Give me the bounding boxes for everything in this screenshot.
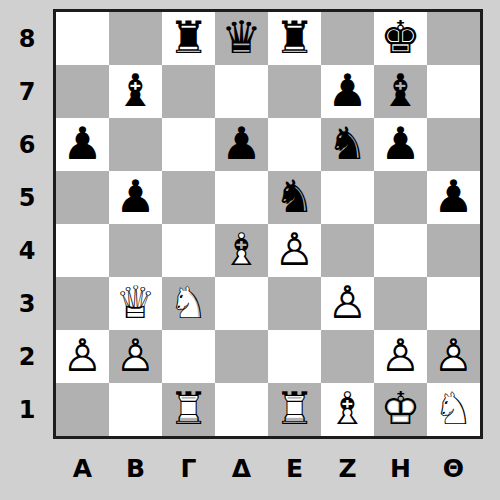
rank-label-7: 7 (8, 65, 46, 118)
square-Η7[interactable]: ♝ (374, 65, 427, 118)
square-Γ2[interactable] (162, 330, 215, 383)
square-Ε1[interactable]: ♜♖ (268, 383, 321, 436)
white-knight-fill: ♞ (427, 383, 480, 436)
square-Α2[interactable]: ♟♙ (56, 330, 109, 383)
square-Γ8[interactable]: ♜ (162, 12, 215, 65)
file-label-Β: Β (109, 449, 162, 487)
black-king: ♚ (374, 12, 427, 65)
square-Β1[interactable] (109, 383, 162, 436)
square-Ε6[interactable] (268, 118, 321, 171)
white-pawn: ♙ (109, 330, 162, 383)
square-Ε7[interactable] (268, 65, 321, 118)
square-Α7[interactable] (56, 65, 109, 118)
black-pawn: ♟ (374, 118, 427, 171)
white-knight-fill: ♞ (162, 277, 215, 330)
white-pawn-fill: ♟ (321, 277, 374, 330)
square-Ε4[interactable]: ♟♙ (268, 224, 321, 277)
file-label-Θ: Θ (427, 449, 480, 487)
black-rook: ♜ (268, 12, 321, 65)
file-labels: ΑΒΓΔΕΖΗΘ (56, 449, 480, 487)
black-rook: ♜ (162, 12, 215, 65)
white-pawn: ♙ (268, 224, 321, 277)
white-pawn-fill: ♟ (374, 330, 427, 383)
file-label-Γ: Γ (162, 449, 215, 487)
white-pawn: ♙ (321, 277, 374, 330)
board-frame: ♜♛♜♚♝♟♝♟♟♞♟♟♞♟♝♗♟♙♛♕♞♘♟♙♟♙♟♙♟♙♟♙♜♖♜♖♝♗♚♔… (53, 9, 483, 439)
white-rook: ♖ (268, 383, 321, 436)
square-Δ7[interactable] (215, 65, 268, 118)
square-Ε5[interactable]: ♞ (268, 171, 321, 224)
black-pawn: ♟ (56, 118, 109, 171)
square-Ζ8[interactable] (321, 12, 374, 65)
white-rook-fill: ♜ (268, 383, 321, 436)
white-king: ♔ (374, 383, 427, 436)
file-label-Α: Α (56, 449, 109, 487)
square-Γ6[interactable] (162, 118, 215, 171)
square-Α8[interactable] (56, 12, 109, 65)
black-bishop: ♝ (109, 65, 162, 118)
square-Β6[interactable] (109, 118, 162, 171)
square-Ζ2[interactable] (321, 330, 374, 383)
white-rook: ♖ (162, 383, 215, 436)
rank-label-6: 6 (8, 118, 46, 171)
white-pawn-fill: ♟ (109, 330, 162, 383)
white-pawn-fill: ♟ (56, 330, 109, 383)
file-label-Ε: Ε (268, 449, 321, 487)
square-Ζ3[interactable]: ♟♙ (321, 277, 374, 330)
chess-board: ♜♛♜♚♝♟♝♟♟♞♟♟♞♟♝♗♟♙♛♕♞♘♟♙♟♙♟♙♟♙♟♙♜♖♜♖♝♗♚♔… (56, 12, 480, 436)
black-knight: ♞ (321, 118, 374, 171)
square-Θ4[interactable] (427, 224, 480, 277)
rank-label-5: 5 (8, 171, 46, 224)
black-pawn: ♟ (109, 171, 162, 224)
square-Β8[interactable] (109, 12, 162, 65)
square-Ε3[interactable] (268, 277, 321, 330)
black-pawn: ♟ (427, 171, 480, 224)
square-Δ3[interactable] (215, 277, 268, 330)
square-Δ4[interactable]: ♝♗ (215, 224, 268, 277)
rank-label-3: 3 (8, 277, 46, 330)
square-Η1[interactable]: ♚♔ (374, 383, 427, 436)
white-pawn-fill: ♟ (268, 224, 321, 277)
square-Ζ6[interactable]: ♞ (321, 118, 374, 171)
white-knight: ♘ (162, 277, 215, 330)
square-Ε2[interactable] (268, 330, 321, 383)
white-queen-fill: ♛ (109, 277, 162, 330)
square-Β4[interactable] (109, 224, 162, 277)
square-Η4[interactable] (374, 224, 427, 277)
square-Θ2[interactable]: ♟♙ (427, 330, 480, 383)
white-bishop-fill: ♝ (321, 383, 374, 436)
square-Γ4[interactable] (162, 224, 215, 277)
white-pawn: ♙ (374, 330, 427, 383)
file-label-Ζ: Ζ (321, 449, 374, 487)
white-bishop: ♗ (215, 224, 268, 277)
white-queen: ♕ (109, 277, 162, 330)
rank-labels: 87654321 (8, 12, 46, 436)
square-Ζ5[interactable] (321, 171, 374, 224)
square-Γ5[interactable] (162, 171, 215, 224)
square-Η5[interactable] (374, 171, 427, 224)
rank-label-2: 2 (8, 330, 46, 383)
square-Γ7[interactable] (162, 65, 215, 118)
square-Γ3[interactable]: ♞♘ (162, 277, 215, 330)
white-king-fill: ♚ (374, 383, 427, 436)
black-pawn: ♟ (215, 118, 268, 171)
file-label-Η: Η (374, 449, 427, 487)
black-bishop: ♝ (374, 65, 427, 118)
square-Η2[interactable]: ♟♙ (374, 330, 427, 383)
white-bishop-fill: ♝ (215, 224, 268, 277)
square-Α1[interactable] (56, 383, 109, 436)
square-Δ8[interactable]: ♛ (215, 12, 268, 65)
square-Θ6[interactable] (427, 118, 480, 171)
square-Γ1[interactable]: ♜♖ (162, 383, 215, 436)
square-Θ3[interactable] (427, 277, 480, 330)
file-label-Δ: Δ (215, 449, 268, 487)
square-Β2[interactable]: ♟♙ (109, 330, 162, 383)
square-Η6[interactable]: ♟ (374, 118, 427, 171)
black-pawn: ♟ (321, 65, 374, 118)
white-rook-fill: ♜ (162, 383, 215, 436)
square-Β5[interactable]: ♟ (109, 171, 162, 224)
square-Θ5[interactable]: ♟ (427, 171, 480, 224)
square-Ζ7[interactable]: ♟ (321, 65, 374, 118)
square-Β7[interactable]: ♝ (109, 65, 162, 118)
square-Η3[interactable] (374, 277, 427, 330)
square-Δ6[interactable]: ♟ (215, 118, 268, 171)
square-Η8[interactable]: ♚ (374, 12, 427, 65)
square-Θ8[interactable] (427, 12, 480, 65)
black-knight: ♞ (268, 171, 321, 224)
white-pawn: ♙ (427, 330, 480, 383)
rank-label-4: 4 (8, 224, 46, 277)
white-bishop: ♗ (321, 383, 374, 436)
white-pawn: ♙ (56, 330, 109, 383)
square-Ε8[interactable]: ♜ (268, 12, 321, 65)
white-knight: ♘ (427, 383, 480, 436)
square-Α4[interactable] (56, 224, 109, 277)
square-Α5[interactable] (56, 171, 109, 224)
white-pawn-fill: ♟ (427, 330, 480, 383)
square-Ζ1[interactable]: ♝♗ (321, 383, 374, 436)
square-Δ2[interactable] (215, 330, 268, 383)
square-Α3[interactable] (56, 277, 109, 330)
square-Ζ4[interactable] (321, 224, 374, 277)
rank-label-1: 1 (8, 383, 46, 436)
square-Δ5[interactable] (215, 171, 268, 224)
black-queen: ♛ (215, 12, 268, 65)
square-Θ7[interactable] (427, 65, 480, 118)
chess-diagram: 87654321 ♜♛♜♚♝♟♝♟♟♞♟♟♞♟♝♗♟♙♛♕♞♘♟♙♟♙♟♙♟♙♟… (0, 0, 500, 500)
square-Β3[interactable]: ♛♕ (109, 277, 162, 330)
square-Θ1[interactable]: ♞♘ (427, 383, 480, 436)
square-Α6[interactable]: ♟ (56, 118, 109, 171)
rank-label-8: 8 (8, 12, 46, 65)
square-Δ1[interactable] (215, 383, 268, 436)
